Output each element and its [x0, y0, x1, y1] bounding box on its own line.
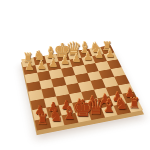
chess-board	[21, 45, 143, 130]
chessboard-photo: ♜♞♝♛♚♝♞♜♟♟♟♟♟♟♟♟♟♟♟♟♟♟♟♟♜♞♝♛♚♝♞♜	[0, 0, 150, 150]
